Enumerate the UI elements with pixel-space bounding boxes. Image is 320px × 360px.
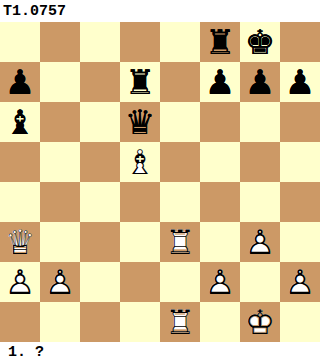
square-b1[interactable] <box>40 302 80 342</box>
square-d1[interactable] <box>120 302 160 342</box>
square-f2[interactable]: ♟♙ <box>200 262 240 302</box>
square-c8[interactable] <box>80 22 120 62</box>
square-f3[interactable] <box>200 222 240 262</box>
square-h3[interactable] <box>280 222 320 262</box>
square-e1[interactable]: ♜♖ <box>160 302 200 342</box>
square-e8[interactable] <box>160 22 200 62</box>
square-c1[interactable] <box>80 302 120 342</box>
white-pawn[interactable]: ♟♙ <box>0 262 40 302</box>
square-f8[interactable]: ♜ <box>200 22 240 62</box>
square-a6[interactable]: ♝ <box>0 102 40 142</box>
square-a4[interactable] <box>0 182 40 222</box>
square-g4[interactable] <box>240 182 280 222</box>
white-rook[interactable]: ♜♖ <box>160 222 200 262</box>
square-a8[interactable] <box>0 22 40 62</box>
square-a5[interactable] <box>0 142 40 182</box>
white-pawn[interactable]: ♟♙ <box>200 262 240 302</box>
black-bishop[interactable]: ♝ <box>0 102 40 142</box>
square-f7[interactable]: ♟ <box>200 62 240 102</box>
white-pawn[interactable]: ♟♙ <box>40 262 80 302</box>
square-b2[interactable]: ♟♙ <box>40 262 80 302</box>
square-d4[interactable] <box>120 182 160 222</box>
square-f5[interactable] <box>200 142 240 182</box>
square-c4[interactable] <box>80 182 120 222</box>
square-h6[interactable] <box>280 102 320 142</box>
black-pawn[interactable]: ♟ <box>240 62 280 102</box>
square-b4[interactable] <box>40 182 80 222</box>
black-rook[interactable]: ♜ <box>200 22 240 62</box>
black-king[interactable]: ♚ <box>240 22 280 62</box>
white-pawn[interactable]: ♟♙ <box>280 262 320 302</box>
white-bishop[interactable]: ♝♗ <box>120 142 160 182</box>
white-king[interactable]: ♚♔ <box>240 302 280 342</box>
square-b8[interactable] <box>40 22 80 62</box>
square-h7[interactable]: ♟ <box>280 62 320 102</box>
black-pawn[interactable]: ♟ <box>200 62 240 102</box>
square-g8[interactable]: ♚ <box>240 22 280 62</box>
square-e5[interactable] <box>160 142 200 182</box>
square-d3[interactable] <box>120 222 160 262</box>
square-a1[interactable] <box>0 302 40 342</box>
black-rook[interactable]: ♜ <box>120 62 160 102</box>
square-h8[interactable] <box>280 22 320 62</box>
square-c5[interactable] <box>80 142 120 182</box>
square-b6[interactable] <box>40 102 80 142</box>
white-queen[interactable]: ♛♕ <box>0 222 40 262</box>
square-f6[interactable] <box>200 102 240 142</box>
move-prompt: 1. ? <box>8 344 44 360</box>
chess-board: ♜♚♟♜♟♟♟♝♛♝♗♛♕♜♖♟♙♟♙♟♙♟♙♟♙♜♖♚♔ <box>0 22 320 342</box>
black-queen[interactable]: ♛ <box>120 102 160 142</box>
square-d7[interactable]: ♜ <box>120 62 160 102</box>
square-e2[interactable] <box>160 262 200 302</box>
black-pawn[interactable]: ♟ <box>280 62 320 102</box>
square-b7[interactable] <box>40 62 80 102</box>
white-rook[interactable]: ♜♖ <box>160 302 200 342</box>
square-d2[interactable] <box>120 262 160 302</box>
square-e6[interactable] <box>160 102 200 142</box>
square-e4[interactable] <box>160 182 200 222</box>
square-h1[interactable] <box>280 302 320 342</box>
black-pawn[interactable]: ♟ <box>0 62 40 102</box>
square-a7[interactable]: ♟ <box>0 62 40 102</box>
square-e3[interactable]: ♜♖ <box>160 222 200 262</box>
square-b5[interactable] <box>40 142 80 182</box>
square-c6[interactable] <box>80 102 120 142</box>
square-g3[interactable]: ♟♙ <box>240 222 280 262</box>
square-h2[interactable]: ♟♙ <box>280 262 320 302</box>
white-pawn[interactable]: ♟♙ <box>240 222 280 262</box>
square-b3[interactable] <box>40 222 80 262</box>
square-f1[interactable] <box>200 302 240 342</box>
square-h4[interactable] <box>280 182 320 222</box>
header-bar: T1.0757 <box>0 0 320 22</box>
puzzle-id: T1.0757 <box>3 3 66 20</box>
square-g6[interactable] <box>240 102 280 142</box>
square-g5[interactable] <box>240 142 280 182</box>
square-g2[interactable] <box>240 262 280 302</box>
square-h5[interactable] <box>280 142 320 182</box>
square-d5[interactable]: ♝♗ <box>120 142 160 182</box>
square-a2[interactable]: ♟♙ <box>0 262 40 302</box>
square-c7[interactable] <box>80 62 120 102</box>
square-d6[interactable]: ♛ <box>120 102 160 142</box>
square-g1[interactable]: ♚♔ <box>240 302 280 342</box>
square-c2[interactable] <box>80 262 120 302</box>
square-e7[interactable] <box>160 62 200 102</box>
square-a3[interactable]: ♛♕ <box>0 222 40 262</box>
footer-bar: 1. ? <box>0 342 320 360</box>
square-d8[interactable] <box>120 22 160 62</box>
square-f4[interactable] <box>200 182 240 222</box>
square-c3[interactable] <box>80 222 120 262</box>
square-g7[interactable]: ♟ <box>240 62 280 102</box>
